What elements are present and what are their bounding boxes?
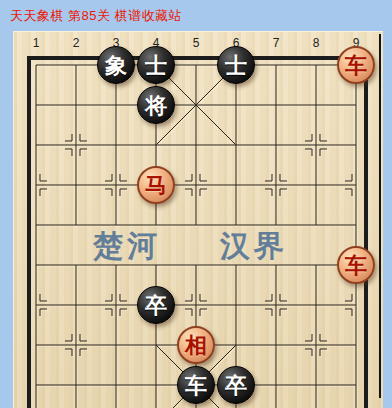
app-window: 天天象棋 第85关 棋谱收藏站 123456789楚河汉界 象士士车将马车卒相车…	[0, 0, 392, 408]
piece-red-horse[interactable]: 马	[137, 166, 175, 204]
column-label: 1	[33, 36, 40, 50]
column-label: 8	[313, 36, 320, 50]
piece-black-advisor[interactable]: 士	[137, 46, 175, 84]
piece-red-chariot[interactable]: 车	[337, 46, 375, 84]
page-title: 天天象棋 第85关 棋谱收藏站	[10, 7, 182, 25]
board-right-edge	[379, 34, 381, 398]
piece-black-elephant[interactable]: 象	[97, 46, 135, 84]
column-label: 7	[273, 36, 280, 50]
piece-black-general[interactable]: 将	[137, 86, 175, 124]
piece-black-advisor[interactable]: 士	[217, 46, 255, 84]
xiangqi-board[interactable]: 123456789楚河汉界 象士士车将马车卒相车卒	[13, 31, 383, 408]
piece-red-chariot[interactable]: 车	[337, 246, 375, 284]
piece-black-soldier[interactable]: 卒	[137, 286, 175, 324]
piece-black-chariot[interactable]: 车	[177, 366, 215, 404]
column-label: 2	[73, 36, 80, 50]
piece-red-elephant[interactable]: 相	[177, 326, 215, 364]
piece-black-soldier[interactable]: 卒	[217, 366, 255, 404]
river-label-left: 楚河	[92, 228, 161, 263]
column-label: 5	[193, 36, 200, 50]
river-label-right: 汉界	[219, 228, 288, 263]
